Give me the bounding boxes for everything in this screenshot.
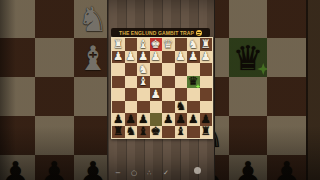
square-g5[interactable] [125,88,138,101]
square-c8[interactable]: ♝ [175,126,188,139]
square-e3[interactable] [150,63,163,76]
footer-icon-row: − ○ ∴ ✓ [108,168,214,180]
square-g2[interactable]: ♟ [125,51,138,64]
piece-white-pawn: ♟ [176,51,186,63]
piece-white-pawn: ♟ [126,51,136,63]
square-h5[interactable] [112,88,125,101]
square-a5[interactable] [200,88,213,101]
square-c4[interactable] [175,76,188,89]
square-f8[interactable]: ♝ [137,126,150,139]
square-c3[interactable] [175,63,188,76]
square-a4[interactable] [200,76,213,89]
smirk-emoji-icon [196,30,202,36]
square-g8[interactable]: ♞ [125,126,138,139]
piece-white-pawn: ♟ [188,51,198,63]
video-canvas[interactable]: THE ENGLUND GAMBIT TRAP ♜♝♚♛♞♜♟♟♟♟♟♟♟♞♝♛… [107,0,215,180]
piece-white-pawn: ♟ [151,51,161,63]
piece-black-knight: ♞ [176,101,186,113]
piece-black-queen: ♛ [188,76,198,88]
square-e8[interactable]: ♚ [150,126,163,139]
square-d3[interactable] [162,63,175,76]
square-h4[interactable] [112,76,125,89]
piece-black-rook: ♜ [113,126,123,138]
piece-white-pawn: ♟ [113,51,123,63]
piece-white-pawn: ♟ [138,51,148,63]
square-e5[interactable]: ♟ [150,88,163,101]
square-g3[interactable] [125,63,138,76]
circle-icon: ○ [131,170,137,177]
square-e2[interactable]: ♟ [150,51,163,64]
square-b4[interactable]: ♛ [187,76,200,89]
square-a8[interactable]: ♜ [200,126,213,139]
piece-black-pawn: ♟ [163,114,173,126]
piece-white-bishop: ♝ [138,76,148,88]
square-f5[interactable] [137,88,150,101]
screenshot-root: ♜♝♚♛♞♜♟♟♟♟♟♟♟♞♝♛♟♞♟♟♟♟♟♟♟♜♞♝♚♝♜ THE ENGL… [0,0,320,180]
square-b8[interactable] [187,126,200,139]
video-title: THE ENGLUND GAMBIT TRAP [119,30,194,36]
chess-board[interactable]: ♜♝♚♛♞♜♟♟♟♟♟♟♟♞♝♛♟♞♟♟♟♟♟♟♟♜♞♝♚♝♜ [111,37,213,139]
dash-icon: − [115,170,121,177]
square-d7[interactable]: ♟ [162,113,175,126]
square-b7[interactable]: ♟ [187,113,200,126]
piece-black-bishop: ♝ [138,126,148,138]
dots-icon: ∴ [147,170,151,177]
square-a3[interactable] [200,63,213,76]
square-c2[interactable]: ♟ [175,51,188,64]
square-f4[interactable]: ♝ [137,76,150,89]
piece-black-rook: ♜ [201,126,211,138]
square-b2[interactable]: ♟ [187,51,200,64]
piece-white-queen: ♛ [163,39,173,51]
title-banner: THE ENGLUND GAMBIT TRAP [111,28,210,37]
square-a2[interactable]: ♟ [200,51,213,64]
square-d8[interactable] [162,126,175,139]
piece-black-knight: ♞ [126,126,136,138]
piece-white-pawn: ♟ [151,89,161,101]
square-g4[interactable] [125,76,138,89]
watermark-dot-icon [194,167,201,174]
square-h8[interactable]: ♜ [112,126,125,139]
square-d1[interactable]: ♛ [162,38,175,51]
piece-black-pawn: ♟ [188,114,198,126]
square-d5[interactable] [162,88,175,101]
square-b5[interactable] [187,88,200,101]
piece-black-king: ♚ [151,126,161,138]
piece-white-pawn: ♟ [201,51,211,63]
check-icon: ✓ [163,170,169,177]
square-h2[interactable]: ♟ [112,51,125,64]
square-e6[interactable] [150,101,163,114]
piece-black-bishop: ♝ [176,126,186,138]
square-d2[interactable] [162,51,175,64]
square-h3[interactable] [112,63,125,76]
square-d4[interactable] [162,76,175,89]
